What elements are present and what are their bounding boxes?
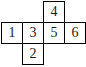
cube-net-board: 413562 [0,0,86,67]
net-cell-2: 2 [22,43,44,65]
net-cell-3: 3 [22,22,44,44]
net-cell-4: 4 [43,1,65,23]
net-cell-1: 1 [1,22,23,44]
net-cell-6: 6 [64,22,86,44]
net-cell-5: 5 [43,22,65,44]
